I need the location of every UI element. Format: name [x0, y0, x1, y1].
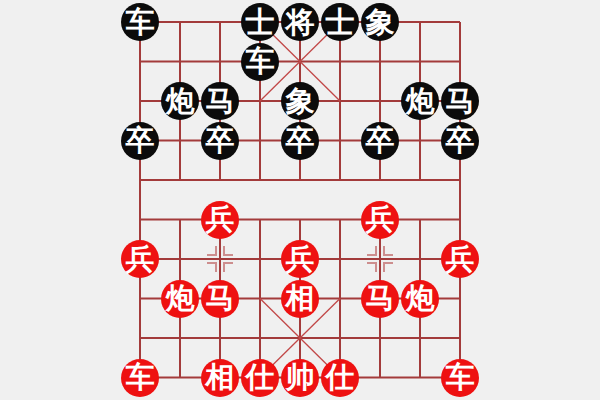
- piece-red-horse[interactable]: 马: [201, 280, 239, 318]
- piece-red-cannon[interactable]: 炮: [401, 280, 439, 318]
- piece-black-elephant[interactable]: 象: [281, 82, 319, 120]
- piece-red-soldier[interactable]: 兵: [441, 240, 479, 278]
- piece-black-general[interactable]: 将: [281, 3, 319, 41]
- piece-black-horse[interactable]: 马: [201, 82, 239, 120]
- piece-red-soldier[interactable]: 兵: [361, 201, 399, 239]
- xiangqi-board[interactable]: 车士将士象车炮马象炮马卒卒卒卒卒兵兵兵兵兵炮马相马炮车相仕帅仕车: [0, 0, 600, 400]
- piece-black-advisor[interactable]: 士: [321, 3, 359, 41]
- piece-black-cannon[interactable]: 炮: [161, 82, 199, 120]
- piece-black-horse[interactable]: 马: [441, 82, 479, 120]
- piece-black-soldier[interactable]: 卒: [441, 122, 479, 160]
- piece-red-cannon[interactable]: 炮: [161, 280, 199, 318]
- piece-black-advisor[interactable]: 士: [241, 3, 279, 41]
- piece-red-elephant[interactable]: 相: [281, 280, 319, 318]
- point-marker: [367, 263, 376, 272]
- piece-black-elephant[interactable]: 象: [361, 3, 399, 41]
- point-marker: [224, 263, 233, 272]
- piece-red-soldier[interactable]: 兵: [281, 240, 319, 278]
- piece-black-soldier[interactable]: 卒: [281, 122, 319, 160]
- piece-black-cannon[interactable]: 炮: [401, 82, 439, 120]
- point-marker: [207, 263, 216, 272]
- piece-red-general[interactable]: 帅: [281, 359, 319, 397]
- piece-black-chariot[interactable]: 车: [241, 43, 279, 81]
- point-marker: [207, 246, 216, 255]
- piece-red-elephant[interactable]: 相: [201, 359, 239, 397]
- point-marker: [224, 246, 233, 255]
- piece-red-horse[interactable]: 马: [361, 280, 399, 318]
- piece-black-soldier[interactable]: 卒: [361, 122, 399, 160]
- piece-red-soldier[interactable]: 兵: [201, 201, 239, 239]
- board-grid: [0, 0, 600, 400]
- point-marker: [367, 246, 376, 255]
- piece-black-soldier[interactable]: 卒: [201, 122, 239, 160]
- piece-red-chariot[interactable]: 车: [121, 359, 159, 397]
- point-marker: [384, 263, 393, 272]
- piece-black-soldier[interactable]: 卒: [121, 122, 159, 160]
- point-marker: [384, 246, 393, 255]
- piece-black-chariot[interactable]: 车: [121, 3, 159, 41]
- piece-red-soldier[interactable]: 兵: [121, 240, 159, 278]
- piece-red-advisor[interactable]: 仕: [321, 359, 359, 397]
- piece-red-chariot[interactable]: 车: [441, 359, 479, 397]
- piece-red-advisor[interactable]: 仕: [241, 359, 279, 397]
